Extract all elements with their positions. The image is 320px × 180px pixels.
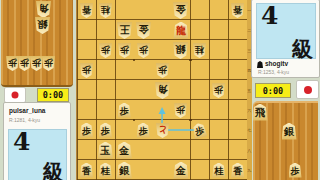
gote-clock: 0:00 [37, 88, 69, 102]
japan-flag-icon [296, 80, 319, 99]
rank-label: 八 [247, 148, 252, 153]
star-point [133, 59, 136, 62]
star-point [133, 119, 136, 122]
rank-number: 4 [261, 1, 278, 30]
sente-piece-icon [257, 61, 263, 68]
star-point [189, 59, 192, 62]
star-point [189, 119, 192, 122]
rank-suffix: 級 [43, 161, 64, 180]
rank-label: 七 [247, 128, 252, 133]
piece-香-91[interactable]: 香 [80, 3, 93, 18]
sente-player-card: 4 級 shogitv R:1253, 4-kyu [251, 0, 320, 78]
rank-number: 4 [13, 127, 30, 156]
gote-player-name: pulsar_luna [9, 107, 45, 114]
flag-sun [304, 86, 312, 94]
sente-clock: 0:00 [255, 83, 291, 98]
japan-flag-icon [4, 87, 26, 103]
rank-label: 五 [247, 88, 252, 93]
sente-player-name: shogitv [265, 60, 288, 67]
gote-rank-badge: 4 級 [8, 129, 67, 180]
gote-komadai[interactable] [1, 0, 73, 87]
rank-label: 六 [247, 108, 252, 113]
piece-歩-94[interactable]: 歩 [80, 63, 93, 78]
gote-player-rating: R:1281, 4-kyu [9, 117, 40, 123]
flag-sun [12, 92, 19, 99]
shogi-game-screen: 0:00 pulsar_luna R:1281, 4-kyu 4 級 一二三四五… [0, 0, 320, 180]
sente-rank-badge: 4 級 [256, 3, 316, 59]
rank-suffix: 級 [292, 38, 313, 59]
sente-player-rating: R:1253, 4-kyu [258, 69, 289, 75]
rank-label: 九 [247, 168, 252, 173]
gote-player-card: pulsar_luna R:1281, 4-kyu 4 級 [3, 102, 71, 180]
